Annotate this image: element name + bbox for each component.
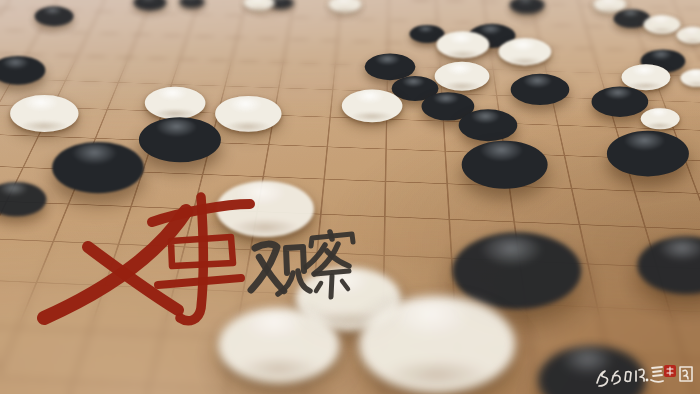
stone-highlight	[604, 87, 632, 99]
go-stone-white: ●	[215, 179, 315, 236]
stone-highlight	[446, 63, 473, 75]
go-stone-white: ●	[680, 69, 700, 87]
stone-highlight	[624, 133, 664, 152]
stone-highlight	[156, 119, 196, 137]
stone-highlight	[480, 141, 522, 161]
stone-highlight	[392, 297, 469, 337]
stone-highlight	[229, 98, 262, 113]
stone-highlight	[523, 75, 552, 88]
go-stone-white: ●	[357, 291, 517, 390]
go-stone-black: ●	[509, 0, 545, 14]
go-stone-white: ●	[243, 0, 275, 11]
go-stone-black: ●	[636, 234, 700, 293]
stone-highlight	[2, 57, 29, 69]
stone-highlight	[510, 40, 536, 51]
stone-shade	[685, 81, 700, 87]
stone-shade	[237, 357, 321, 382]
stones-layer: ●●●●●●●●●●●●●●●●●●●●●●●●●●●●●●●●●●●●●●●●…	[0, 0, 700, 394]
stone-highlight	[683, 27, 699, 34]
go-stone-white: ●	[217, 304, 341, 381]
go-stone-black: ●	[51, 141, 145, 194]
go-stone-black: ●	[461, 138, 549, 187]
stone-highlight	[448, 33, 474, 44]
stone-highlight	[244, 309, 304, 340]
stone-shade	[333, 7, 356, 12]
stone-highlight	[658, 238, 700, 262]
stone-shade	[248, 6, 270, 11]
go-stone-black: ●	[34, 6, 74, 26]
go-stone-black: ●	[537, 343, 647, 394]
go-stone-black: ●	[179, 0, 205, 8]
stone-highlight	[375, 54, 400, 65]
stone-highlight	[651, 16, 669, 24]
black-stone-glyph: ●	[177, 0, 206, 8]
black-stone-glyph: ●	[131, 0, 169, 11]
stone-highlight	[561, 347, 614, 375]
stone-shade	[225, 121, 271, 133]
go-stone-black: ●	[0, 180, 47, 215]
go-stone-white: ●	[341, 88, 403, 121]
stone-highlight	[72, 144, 117, 165]
go-stone-black: ●	[138, 116, 222, 162]
stone-highlight	[621, 10, 639, 18]
go-stone-black: ●	[606, 130, 690, 177]
stone-highlight	[687, 70, 700, 77]
go-stone-black: ●	[133, 0, 167, 11]
go-stone-white: ●	[328, 0, 362, 13]
go-board-scene: ●●●●●●●●●●●●●●●●●●●●●●●●●●●●●●●●●●●●●●●●…	[0, 0, 700, 394]
